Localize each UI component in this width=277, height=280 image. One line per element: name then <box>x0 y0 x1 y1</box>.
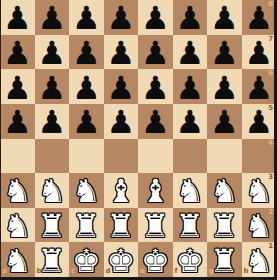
square-b5[interactable]: ♟ <box>35 104 70 139</box>
square-c3[interactable]: ♞ <box>69 173 104 208</box>
black-pawn: ♟ <box>175 106 204 138</box>
white-rook: ♜ <box>141 210 170 242</box>
black-pawn: ♟ <box>72 72 101 104</box>
black-pawn: ♟ <box>210 72 239 104</box>
rank-label-5: 5 <box>268 105 273 112</box>
black-pawn: ♟ <box>72 106 101 138</box>
square-a3[interactable]: ♞ <box>0 173 35 208</box>
black-pawn: ♟ <box>175 72 204 104</box>
square-e3[interactable]: ♝ <box>138 173 173 208</box>
black-pawn: ♟ <box>141 37 170 69</box>
white-rook: ♜ <box>210 210 239 242</box>
square-g6[interactable]: ♟ <box>207 69 242 104</box>
black-pawn: ♟ <box>106 37 135 69</box>
square-d7[interactable]: ♟ <box>104 35 139 70</box>
square-f3[interactable]: ♞ <box>173 173 208 208</box>
square-f4[interactable] <box>173 139 208 174</box>
black-pawn: ♟ <box>72 2 101 34</box>
white-rook: ♜ <box>72 210 101 242</box>
square-e2[interactable]: ♜ <box>138 208 173 243</box>
square-b2[interactable]: ♜ <box>35 208 70 243</box>
black-pawn: ♟ <box>210 37 239 69</box>
rank-label-6: 6 <box>268 70 273 77</box>
black-pawn: ♟ <box>37 72 66 104</box>
square-c5[interactable]: ♟ <box>69 104 104 139</box>
file-label-g: g <box>209 268 214 275</box>
white-knight: ♞ <box>3 175 32 207</box>
square-c1[interactable]: ♚c <box>69 242 104 277</box>
square-e8[interactable]: ♟ <box>138 0 173 35</box>
square-f2[interactable]: ♜ <box>173 208 208 243</box>
black-pawn: ♟ <box>175 37 204 69</box>
square-d8[interactable]: ♟ <box>104 0 139 35</box>
square-d5[interactable]: ♟ <box>104 104 139 139</box>
rank-label-8: 8 <box>268 1 273 8</box>
white-knight: ♞ <box>72 175 101 207</box>
square-a7[interactable]: ♟ <box>0 35 35 70</box>
white-rook: ♜ <box>37 210 66 242</box>
square-h7[interactable]: ♟7 <box>242 35 277 70</box>
square-c4[interactable] <box>69 139 104 174</box>
rank-label-7: 7 <box>268 36 273 43</box>
black-pawn: ♟ <box>106 72 135 104</box>
square-g8[interactable]: ♟ <box>207 0 242 35</box>
square-f1[interactable]: ♚f <box>173 242 208 277</box>
black-pawn: ♟ <box>72 37 101 69</box>
black-pawn: ♟ <box>175 2 204 34</box>
square-g2[interactable]: ♜ <box>207 208 242 243</box>
chess-board: ♟♟♟♟♟♟♟♟8♟♟♟♟♟♟♟♟7♟♟♟♟♟♟♟♟6♟♟♟♟♟♟♟♟54♞♞♞… <box>0 0 276 277</box>
file-label-h: h <box>244 268 249 275</box>
square-a5[interactable]: ♟ <box>0 104 35 139</box>
black-pawn: ♟ <box>3 2 32 34</box>
white-rook: ♜ <box>37 245 66 277</box>
square-h5[interactable]: ♟5 <box>242 104 277 139</box>
white-bishop: ♝ <box>141 175 170 207</box>
black-pawn: ♟ <box>3 106 32 138</box>
square-d6[interactable]: ♟ <box>104 69 139 104</box>
file-label-f: f <box>175 268 178 275</box>
square-b1[interactable]: ♜b <box>35 242 70 277</box>
square-h2[interactable]: ♞2 <box>242 208 277 243</box>
white-rook: ♜ <box>210 245 239 277</box>
black-pawn: ♟ <box>210 2 239 34</box>
white-knight: ♞ <box>175 175 204 207</box>
black-pawn: ♟ <box>141 2 170 34</box>
square-a4[interactable] <box>0 139 35 174</box>
white-bishop: ♝ <box>106 175 135 207</box>
white-king: ♚ <box>72 245 101 277</box>
white-rook: ♜ <box>106 210 135 242</box>
square-g4[interactable] <box>207 139 242 174</box>
square-e6[interactable]: ♟ <box>138 69 173 104</box>
square-c2[interactable]: ♜ <box>69 208 104 243</box>
square-b6[interactable]: ♟ <box>35 69 70 104</box>
file-label-b: b <box>37 268 42 275</box>
file-label-a: a <box>2 268 7 275</box>
white-knight: ♞ <box>3 245 32 277</box>
rank-label-4: 4 <box>268 140 273 147</box>
square-g1[interactable]: ♜g <box>207 242 242 277</box>
square-a1[interactable]: ♞a <box>0 242 35 277</box>
square-b7[interactable]: ♟ <box>35 35 70 70</box>
square-e5[interactable]: ♟ <box>138 104 173 139</box>
file-label-d: d <box>106 268 111 275</box>
square-f6[interactable]: ♟ <box>173 69 208 104</box>
black-pawn: ♟ <box>3 37 32 69</box>
black-pawn: ♟ <box>37 2 66 34</box>
square-d3[interactable]: ♝ <box>104 173 139 208</box>
black-pawn: ♟ <box>37 106 66 138</box>
square-f5[interactable]: ♟ <box>173 104 208 139</box>
black-pawn: ♟ <box>106 106 135 138</box>
square-g7[interactable]: ♟ <box>207 35 242 70</box>
black-pawn: ♟ <box>37 37 66 69</box>
square-h8[interactable]: ♟8 <box>242 0 277 35</box>
black-pawn: ♟ <box>141 72 170 104</box>
white-knight: ♞ <box>3 210 32 242</box>
square-f7[interactable]: ♟ <box>173 35 208 70</box>
window-edge-left <box>0 0 1 280</box>
square-e1[interactable]: ♚e <box>138 242 173 277</box>
white-king: ♚ <box>106 245 135 277</box>
square-g5[interactable]: ♟ <box>207 104 242 139</box>
rank-label-1: 1 <box>268 243 273 250</box>
square-c7[interactable]: ♟ <box>69 35 104 70</box>
white-knight: ♞ <box>37 175 66 207</box>
square-h6[interactable]: ♟6 <box>242 69 277 104</box>
square-b3[interactable]: ♞ <box>35 173 70 208</box>
square-b4[interactable] <box>35 139 70 174</box>
square-d4[interactable] <box>104 139 139 174</box>
white-king: ♚ <box>175 245 204 277</box>
square-e7[interactable]: ♟ <box>138 35 173 70</box>
square-c8[interactable]: ♟ <box>69 0 104 35</box>
square-a6[interactable]: ♟ <box>0 69 35 104</box>
square-b8[interactable]: ♟ <box>35 0 70 35</box>
square-c6[interactable]: ♟ <box>69 69 104 104</box>
black-pawn: ♟ <box>210 106 239 138</box>
file-label-e: e <box>140 268 145 275</box>
white-knight: ♞ <box>210 175 239 207</box>
square-a2[interactable]: ♞ <box>0 208 35 243</box>
square-h1[interactable]: ♞1h <box>242 242 277 277</box>
square-h4[interactable]: 4 <box>242 139 277 174</box>
file-label-c: c <box>71 268 75 275</box>
square-a8[interactable]: ♟ <box>0 0 35 35</box>
window-edge-right <box>274 0 276 280</box>
rank-label-3: 3 <box>268 174 273 181</box>
black-pawn: ♟ <box>141 106 170 138</box>
white-king: ♚ <box>141 245 170 277</box>
square-d1[interactable]: ♚d <box>104 242 139 277</box>
square-h3[interactable]: ♞3 <box>242 173 277 208</box>
white-rook: ♜ <box>175 210 204 242</box>
square-f8[interactable]: ♟ <box>173 0 208 35</box>
square-d2[interactable]: ♜ <box>104 208 139 243</box>
square-e4[interactable] <box>138 139 173 174</box>
square-g3[interactable]: ♞ <box>207 173 242 208</box>
rank-label-2: 2 <box>268 209 273 216</box>
black-pawn: ♟ <box>3 72 32 104</box>
black-pawn: ♟ <box>106 2 135 34</box>
